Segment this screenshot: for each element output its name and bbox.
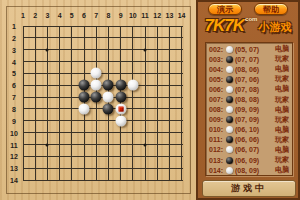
- move-number: 012:: [209, 146, 226, 153]
- move-coordinate: (06, 06): [235, 136, 259, 143]
- move-coordinate: (07, 08): [235, 86, 259, 93]
- move-coordinate: (06, 10): [235, 126, 259, 133]
- board[interactable]: 11223344556677889910101111121213131414: [0, 0, 196, 200]
- grid-vertical-line: [71, 26, 72, 181]
- logo-com-text: com: [245, 16, 257, 22]
- header-button-row: 演示 帮助: [196, 3, 300, 15]
- move-player: 电脑: [275, 44, 289, 54]
- move-player: 玩家: [275, 135, 289, 145]
- grid-vertical-line: [181, 26, 182, 181]
- column-label: 6: [82, 12, 86, 19]
- move-player: 电脑: [275, 125, 289, 135]
- move-list-row: 014:(08, 09)电脑: [209, 165, 289, 175]
- grid-horizontal-line: [23, 120, 183, 121]
- column-label: 10: [129, 12, 137, 19]
- white-stone: [127, 80, 138, 91]
- move-coordinate: (08, 08): [235, 96, 259, 103]
- grid-horizontal-line: [23, 73, 183, 74]
- column-label: 14: [178, 12, 186, 19]
- column-label: 9: [119, 12, 123, 19]
- black-stone-icon: [226, 157, 233, 164]
- move-player: 电脑: [275, 84, 289, 94]
- move-player: 电脑: [275, 64, 289, 74]
- move-list-row: 012:(06, 07)电脑: [209, 145, 289, 155]
- black-stone: [115, 80, 126, 91]
- grid-vertical-line: [169, 26, 170, 181]
- column-label: 1: [21, 12, 25, 19]
- move-number: 014:: [209, 167, 226, 174]
- move-coordinate: (05, 07): [235, 46, 259, 53]
- row-label: 1: [12, 23, 16, 30]
- column-label: 4: [58, 12, 62, 19]
- grid-horizontal-line: [23, 180, 183, 181]
- grid-horizontal-line: [23, 156, 183, 157]
- white-stone: [91, 80, 102, 91]
- star-point: [46, 48, 49, 51]
- move-number: 003:: [209, 56, 226, 63]
- white-stone: [91, 68, 102, 79]
- black-stone-icon: [226, 76, 233, 83]
- move-player: 电脑: [275, 105, 289, 115]
- 7k7k-logo: 7K7Kcom小游戏: [196, 16, 300, 36]
- column-label: 2: [33, 12, 37, 19]
- row-label: 11: [10, 141, 17, 148]
- grid-vertical-line: [132, 26, 133, 181]
- logo-main-text: 7K7K: [205, 16, 244, 35]
- black-stone-icon: [226, 96, 233, 103]
- status-bar: 游戏中: [202, 180, 296, 197]
- move-coordinate: (07, 06): [235, 76, 259, 83]
- white-stone: [103, 92, 114, 103]
- gomoku-app-window: 11223344556677889910101111121213131414 演…: [0, 0, 300, 200]
- row-label: 4: [12, 58, 16, 65]
- row-label: 3: [12, 46, 16, 53]
- star-point: [46, 143, 49, 146]
- grid-horizontal-line: [23, 168, 183, 169]
- move-player: 玩家: [275, 115, 289, 125]
- black-stone-icon: [226, 56, 233, 63]
- column-label: 3: [45, 12, 49, 19]
- move-list-row: 006:(07, 08)电脑: [209, 84, 289, 94]
- move-coordinate: (07, 07): [235, 56, 259, 63]
- grid-vertical-line: [157, 26, 158, 181]
- column-label: 5: [70, 12, 74, 19]
- row-label: 13: [10, 165, 18, 172]
- grid-vertical-line: [96, 26, 97, 181]
- move-coordinate: (06, 07): [235, 146, 259, 153]
- move-number: 007:: [209, 96, 226, 103]
- move-player: 玩家: [275, 54, 289, 64]
- move-number: 010:: [209, 126, 226, 133]
- move-number: 005:: [209, 76, 226, 83]
- grid-horizontal-line: [23, 132, 183, 133]
- row-label: 7: [12, 94, 16, 101]
- move-player: 玩家: [275, 95, 289, 105]
- white-stone-icon: [226, 126, 233, 133]
- move-number: 004:: [209, 66, 226, 73]
- row-label: 8: [12, 105, 16, 112]
- move-number: 006:: [209, 86, 226, 93]
- black-stone: [79, 92, 90, 103]
- logo-sub-text: 小游戏: [258, 21, 291, 33]
- black-stone: [103, 80, 114, 91]
- move-coordinate: (07, 09): [235, 116, 259, 123]
- move-list-row: 008:(09, 09)电脑: [209, 105, 289, 115]
- white-stone: [79, 103, 90, 114]
- row-label: 9: [12, 117, 16, 124]
- row-label: 5: [12, 70, 16, 77]
- last-move-marker: [118, 106, 123, 111]
- move-number: 002:: [209, 46, 226, 53]
- move-number: 009:: [209, 116, 226, 123]
- move-list-row: 013:(06, 09)玩家: [209, 155, 289, 165]
- star-point: [144, 143, 147, 146]
- move-player: 电脑: [275, 165, 289, 175]
- move-list-row: 011:(06, 06)玩家: [209, 135, 289, 145]
- column-label: 7: [94, 12, 98, 19]
- help-button[interactable]: 帮助: [254, 3, 288, 15]
- white-stone: [115, 115, 126, 126]
- move-player: 玩家: [275, 74, 289, 84]
- move-coordinate: (09, 09): [235, 106, 259, 113]
- move-list-row: 004:(08, 06)电脑: [209, 64, 289, 74]
- white-stone-icon: [226, 66, 233, 73]
- grid-vertical-line: [59, 26, 60, 181]
- white-stone-icon: [226, 167, 233, 174]
- move-list: 002:(05, 07)电脑003:(07, 07)玩家004:(08, 06)…: [205, 42, 293, 176]
- grid-horizontal-line: [23, 61, 183, 62]
- white-stone-icon: [226, 146, 233, 153]
- move-number: 011:: [209, 136, 226, 143]
- move-coordinate: (06, 09): [235, 157, 259, 164]
- move-coordinate: (08, 06): [235, 66, 259, 73]
- move-player: 电脑: [275, 145, 289, 155]
- black-stone: [115, 92, 126, 103]
- column-label: 12: [153, 12, 161, 19]
- row-label: 14: [10, 177, 18, 184]
- row-label: 10: [10, 129, 18, 136]
- column-label: 11: [141, 12, 148, 19]
- black-stone-icon: [226, 116, 233, 123]
- move-list-row: 007:(08, 08)玩家: [209, 94, 289, 104]
- row-label: 2: [12, 34, 16, 41]
- star-point: [144, 48, 147, 51]
- row-label: 12: [10, 153, 18, 160]
- move-list-row: 005:(07, 06)玩家: [209, 74, 289, 84]
- black-stone: [103, 103, 114, 114]
- move-player: 玩家: [275, 155, 289, 165]
- white-stone-icon: [226, 46, 233, 53]
- column-label: 13: [165, 12, 173, 19]
- black-stone-icon: [226, 136, 233, 143]
- white-stone-icon: [226, 86, 233, 93]
- black-stone: [79, 80, 90, 91]
- sidebar: 演示 帮助 7K7Kcom小游戏 002:(05, 07)电脑003:(07, …: [196, 0, 300, 200]
- move-number: 013:: [209, 157, 226, 164]
- demo-button[interactable]: 演示: [208, 3, 242, 15]
- move-number: 008:: [209, 106, 226, 113]
- column-label: 8: [106, 12, 110, 19]
- move-list-row: 003:(07, 07)玩家: [209, 54, 289, 64]
- row-label: 6: [12, 82, 16, 89]
- move-list-row: 009:(07, 09)玩家: [209, 115, 289, 125]
- move-coordinate: (08, 09): [235, 167, 259, 174]
- black-stone: [91, 92, 102, 103]
- white-stone-icon: [226, 106, 233, 113]
- move-list-row: 010:(06, 10)电脑: [209, 125, 289, 135]
- move-list-row: 002:(05, 07)电脑: [209, 44, 289, 54]
